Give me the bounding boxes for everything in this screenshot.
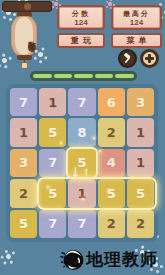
score-label: 分数 — [72, 9, 90, 18]
progress-segment — [74, 74, 93, 78]
pink-blossom-icon — [54, 2, 58, 6]
cell-r1c1[interactable]: 7 — [10, 88, 37, 116]
cell-r1c4[interactable]: 6 — [98, 88, 125, 116]
watermark-text: 地理教师 — [86, 246, 158, 272]
cell-r3c3[interactable]: 5 — [68, 149, 95, 177]
cell-r4c2[interactable]: 5 — [39, 179, 66, 207]
best-score-value: 124 — [130, 18, 143, 27]
cell-r2c1[interactable]: 1 — [10, 118, 37, 146]
lantern-tassel — [21, 62, 28, 69]
blossom-decoration — [1, 57, 8, 64]
best-score-label: 最高分 — [123, 9, 150, 18]
cell-r4c4[interactable]: 5 — [98, 179, 125, 207]
score-panel: 分数 124 — [57, 5, 105, 30]
cell-r2c4[interactable]: 2 — [98, 118, 125, 146]
watermark: 地理教师 — [59, 245, 158, 273]
cell-r3c1[interactable]: 3 — [10, 149, 37, 177]
best-score-panel: 最高分 124 — [111, 5, 162, 30]
pink-blossom-icon — [108, 2, 112, 6]
cell-r5c5[interactable]: 2 — [127, 210, 154, 238]
board-grid: 7176315821375412515557722 — [6, 84, 158, 242]
progress-segment — [33, 74, 52, 78]
plus-icon — [145, 57, 154, 60]
hammer-tool-button[interactable] — [118, 49, 137, 68]
page-title: 数字传奇 — [12, 20, 36, 54]
cell-r3c4[interactable]: 4 — [98, 149, 125, 177]
game-screen: 数字传奇 分数 124 最高分 124 重玩 菜单 71763158213754… — [0, 0, 165, 275]
progress-segment — [115, 74, 134, 78]
cell-r4c3[interactable]: 1 — [68, 179, 95, 207]
cell-r2c2[interactable]: 5 — [39, 118, 66, 146]
cell-r4c5[interactable]: 5 — [127, 179, 154, 207]
cell-r1c2[interactable]: 1 — [39, 88, 66, 116]
cell-r1c5[interactable]: 3 — [127, 88, 154, 116]
progress-segment — [54, 74, 73, 78]
cell-r2c3[interactable]: 8 — [68, 118, 95, 146]
globe-icon — [59, 245, 86, 273]
add-tool-button[interactable] — [140, 49, 159, 68]
cell-r3c2[interactable]: 7 — [39, 149, 66, 177]
menu-button[interactable]: 菜单 — [111, 33, 162, 48]
cell-r5c1[interactable]: 5 — [10, 210, 37, 238]
blossom-decoration — [5, 253, 12, 260]
replay-button[interactable]: 重玩 — [57, 33, 105, 48]
wooden-plaque — [2, 1, 52, 12]
cell-r5c4[interactable]: 2 — [98, 210, 125, 238]
score-value: 124 — [74, 18, 87, 27]
progress-segment — [95, 74, 114, 78]
cell-r3c5[interactable]: 1 — [127, 149, 154, 177]
cell-r5c2[interactable]: 7 — [39, 210, 66, 238]
cell-r2c5[interactable]: 1 — [127, 118, 154, 146]
title-lantern: 数字传奇 — [11, 16, 37, 56]
progress-bar — [30, 71, 137, 81]
cell-r4c1[interactable]: 2 — [10, 179, 37, 207]
blossom-decoration — [37, 51, 43, 57]
plaque-emblem — [24, 3, 31, 10]
cell-r1c3[interactable]: 7 — [68, 88, 95, 116]
cell-r5c3[interactable]: 7 — [68, 210, 95, 238]
hammer-icon — [122, 53, 133, 64]
